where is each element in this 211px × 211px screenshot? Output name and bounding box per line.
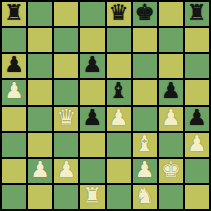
black-bishop-piece[interactable]: ♝ (109, 80, 129, 102)
black-pawn-piece[interactable]: ♟ (83, 54, 103, 76)
square-g1[interactable] (159, 185, 183, 209)
square-a1[interactable] (2, 185, 26, 209)
white-king-piece[interactable]: ♚ (161, 159, 181, 181)
square-b2[interactable]: ♟ (28, 159, 52, 183)
square-f2[interactable]: ♟ (133, 159, 157, 183)
black-pawn-piece[interactable]: ♟ (161, 80, 181, 102)
square-g6[interactable] (159, 54, 183, 78)
square-e6[interactable] (107, 54, 131, 78)
square-f6[interactable] (133, 54, 157, 78)
square-a2[interactable] (2, 159, 26, 183)
square-d5[interactable] (80, 80, 104, 104)
black-rook-piece[interactable]: ♜ (187, 2, 207, 24)
square-d7[interactable] (80, 28, 104, 52)
white-pawn-piece[interactable]: ♟ (187, 133, 207, 155)
square-b6[interactable] (28, 54, 52, 78)
chess-board: ♜♛♚♜♟♟♟♝♟♛♟♟♟♟♝♟♟♟♟♚♜♞ (0, 0, 211, 211)
square-f5[interactable] (133, 80, 157, 104)
square-b4[interactable] (28, 107, 52, 131)
square-e8[interactable]: ♛ (107, 2, 131, 26)
white-pawn-piece[interactable]: ♟ (30, 159, 50, 181)
square-e7[interactable] (107, 28, 131, 52)
white-queen-piece[interactable]: ♛ (56, 107, 76, 129)
square-a6[interactable]: ♟ (2, 54, 26, 78)
square-h7[interactable] (185, 28, 209, 52)
white-pawn-piece[interactable]: ♟ (109, 107, 129, 129)
black-queen-piece[interactable]: ♛ (109, 2, 129, 24)
square-f1[interactable]: ♞ (133, 185, 157, 209)
square-g8[interactable] (159, 2, 183, 26)
square-a4[interactable] (2, 107, 26, 131)
square-e3[interactable] (107, 133, 131, 157)
square-h3[interactable]: ♟ (185, 133, 209, 157)
white-bishop-piece[interactable]: ♝ (135, 133, 155, 155)
square-c6[interactable] (54, 54, 78, 78)
square-a7[interactable] (2, 28, 26, 52)
white-knight-piece[interactable]: ♞ (135, 185, 155, 207)
white-pawn-piece[interactable]: ♟ (56, 159, 76, 181)
black-rook-piece[interactable]: ♜ (4, 2, 24, 24)
square-c4[interactable]: ♛ (54, 107, 78, 131)
square-d2[interactable] (80, 159, 104, 183)
square-c2[interactable]: ♟ (54, 159, 78, 183)
square-e1[interactable] (107, 185, 131, 209)
black-pawn-piece[interactable]: ♟ (187, 107, 207, 129)
square-d1[interactable]: ♜ (80, 185, 104, 209)
square-b5[interactable] (28, 80, 52, 104)
white-rook-piece[interactable]: ♜ (83, 185, 103, 207)
square-b3[interactable] (28, 133, 52, 157)
square-a5[interactable]: ♟ (2, 80, 26, 104)
square-e5[interactable]: ♝ (107, 80, 131, 104)
square-h1[interactable] (185, 185, 209, 209)
black-king-piece[interactable]: ♚ (135, 2, 155, 24)
square-d8[interactable] (80, 2, 104, 26)
square-h2[interactable] (185, 159, 209, 183)
square-c8[interactable] (54, 2, 78, 26)
square-g7[interactable] (159, 28, 183, 52)
square-b7[interactable] (28, 28, 52, 52)
square-g5[interactable]: ♟ (159, 80, 183, 104)
square-b8[interactable] (28, 2, 52, 26)
square-c7[interactable] (54, 28, 78, 52)
square-a3[interactable] (2, 133, 26, 157)
square-a8[interactable]: ♜ (2, 2, 26, 26)
square-g3[interactable] (159, 133, 183, 157)
square-c5[interactable] (54, 80, 78, 104)
square-f8[interactable]: ♚ (133, 2, 157, 26)
square-f7[interactable] (133, 28, 157, 52)
square-e2[interactable] (107, 159, 131, 183)
square-e4[interactable]: ♟ (107, 107, 131, 131)
black-pawn-piece[interactable]: ♟ (4, 54, 24, 76)
square-h8[interactable]: ♜ (185, 2, 209, 26)
black-pawn-piece[interactable]: ♟ (83, 107, 103, 129)
square-c1[interactable] (54, 185, 78, 209)
white-pawn-piece[interactable]: ♟ (135, 159, 155, 181)
square-h4[interactable]: ♟ (185, 107, 209, 131)
square-f3[interactable]: ♝ (133, 133, 157, 157)
white-pawn-piece[interactable]: ♟ (4, 80, 24, 102)
square-h6[interactable] (185, 54, 209, 78)
square-b1[interactable] (28, 185, 52, 209)
square-d6[interactable]: ♟ (80, 54, 104, 78)
square-g2[interactable]: ♚ (159, 159, 183, 183)
square-c3[interactable] (54, 133, 78, 157)
square-f4[interactable] (133, 107, 157, 131)
square-g4[interactable]: ♟ (159, 107, 183, 131)
white-pawn-piece[interactable]: ♟ (161, 107, 181, 129)
square-d3[interactable] (80, 133, 104, 157)
square-d4[interactable]: ♟ (80, 107, 104, 131)
square-h5[interactable] (185, 80, 209, 104)
